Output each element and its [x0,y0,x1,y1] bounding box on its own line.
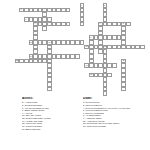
down-clue-16: 16. Thin-cut fried potato [83,125,145,128]
worksheet-page: 123456789101112131415161718 Across: 3. A… [0,0,150,150]
clue-number: 14 [30,55,32,57]
clue-number: 9 [90,36,91,38]
clue-number: 15 [16,59,18,61]
crossword-grid: 123456789101112131415161718 [10,3,145,96]
clue-number: 16 [123,59,125,61]
clue-number: 8 [123,22,124,24]
clue-number: 7 [99,22,100,24]
clue-number: 5 [25,18,26,20]
cell-r15c21[interactable] [107,73,112,78]
cell-r5c7[interactable] [42,26,47,31]
clue-number: 6 [34,22,35,24]
clue-number: 2 [104,4,105,6]
cell-r9c28[interactable] [140,45,145,50]
clue-number: 3 [21,8,22,10]
across-header: Across: [22,97,78,100]
clue-number: 11 [48,41,50,43]
cell-r13c22[interactable] [112,63,117,68]
down-header: Down: [83,97,145,100]
clue-number: 1 [81,4,82,6]
cell-r1c12[interactable] [66,8,71,13]
clue-number: 10 [30,41,32,43]
cell-r11c14[interactable] [75,54,80,59]
clue-number: 12 [86,45,88,47]
clue-number: 13 [104,45,106,47]
cell-r18c24[interactable] [121,87,126,92]
across-clue-18: 18. Eaten with milk [22,128,78,131]
down-clue-list: Down: 1. Cooked bread2. Used to wash up4… [83,97,145,135]
cell-r19c20[interactable] [103,91,108,96]
cell-r4c25[interactable] [126,22,131,27]
clue-number: 18 [90,73,92,75]
cell-r4c12[interactable] [66,22,71,27]
cell-r18c8[interactable] [47,87,52,92]
cell-r4c15[interactable] [80,22,85,27]
clue-number: 4 [44,8,45,10]
clue-number: 17 [86,64,88,66]
across-clue-list: Across: 3. A liquid lunch5. Cooking appl… [22,97,78,135]
